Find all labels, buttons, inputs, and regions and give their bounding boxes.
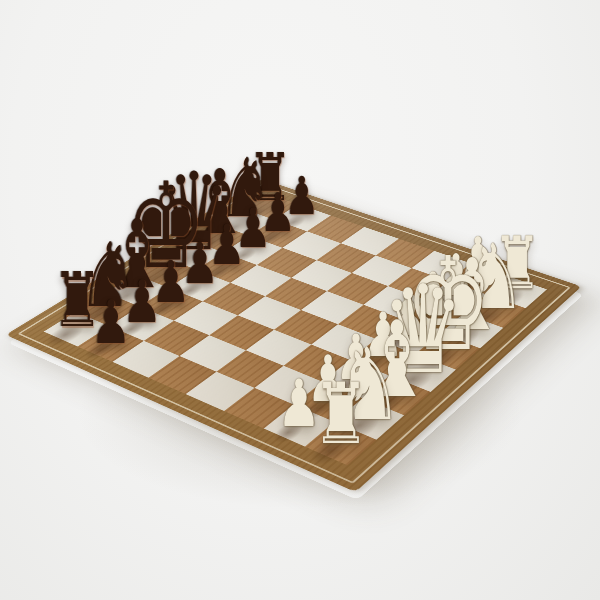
scene-background: ♜♟♞♟♝♟♛♟♚♟♟♝♜♟♟♞♞♟♟♜♝♟♟♚♟♛♟♝♟♞♟♜ (0, 0, 600, 600)
piece-white-rook-a1[interactable]: ♜ (312, 373, 369, 457)
piece-black-pawn-a7[interactable]: ♟ (91, 292, 132, 352)
